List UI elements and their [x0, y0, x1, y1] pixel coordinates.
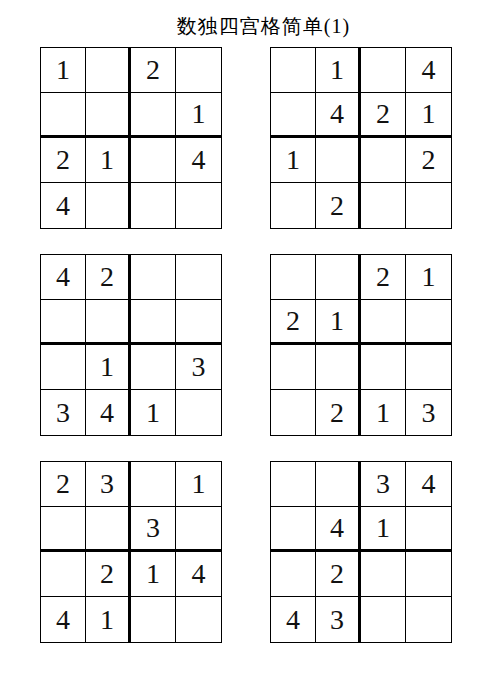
empty-cell-r3c1[interactable]: [41, 345, 86, 390]
given-cell-r2c2: 1: [316, 300, 361, 345]
puzzle-row-2: 4213341 2121213: [40, 254, 452, 436]
empty-cell-r4c4[interactable]: [406, 597, 451, 642]
empty-cell-r4c3[interactable]: [131, 183, 176, 228]
empty-cell-r4c3[interactable]: [131, 597, 176, 642]
empty-cell-r3c3[interactable]: [131, 138, 176, 183]
given-cell-r4c3: 1: [131, 390, 176, 435]
empty-cell-r3c3[interactable]: [361, 552, 406, 597]
given-cell-r4c4: 3: [406, 390, 451, 435]
given-cell-r3c2: 1: [86, 345, 131, 390]
empty-cell-r1c1[interactable]: [271, 462, 316, 507]
empty-cell-r2c3[interactable]: [131, 93, 176, 138]
given-cell-r4c3: 1: [361, 390, 406, 435]
empty-cell-r3c2[interactable]: [316, 138, 361, 183]
empty-cell-r1c4[interactable]: [176, 48, 221, 93]
given-cell-r2c1: 2: [271, 300, 316, 345]
given-cell-r1c4: 1: [406, 255, 451, 300]
empty-cell-r3c3[interactable]: [361, 138, 406, 183]
sudoku-board-2: 14421122: [270, 47, 452, 229]
given-cell-r3c4: 4: [176, 138, 221, 183]
puzzle-row-1: 1212144 14421122: [40, 47, 452, 229]
empty-cell-r3c2[interactable]: [316, 345, 361, 390]
empty-cell-r2c2[interactable]: [86, 300, 131, 345]
empty-cell-r3c4[interactable]: [406, 345, 451, 390]
given-cell-r1c3: 2: [361, 255, 406, 300]
empty-cell-r2c4[interactable]: [406, 507, 451, 552]
empty-cell-r4c3[interactable]: [361, 183, 406, 228]
given-cell-r4c1: 4: [41, 183, 86, 228]
given-cell-r3c4: 2: [406, 138, 451, 183]
given-cell-r2c2: 4: [316, 507, 361, 552]
given-cell-r4c1: 4: [271, 597, 316, 642]
empty-cell-r2c1[interactable]: [271, 507, 316, 552]
given-cell-r3c4: 3: [176, 345, 221, 390]
given-cell-r3c2: 2: [316, 552, 361, 597]
empty-cell-r2c1[interactable]: [271, 93, 316, 138]
empty-cell-r2c4[interactable]: [176, 507, 221, 552]
given-cell-r3c1: 2: [41, 138, 86, 183]
empty-cell-r2c1[interactable]: [41, 300, 86, 345]
sudoku-board-4: 2121213: [270, 254, 452, 436]
empty-cell-r4c2[interactable]: [86, 183, 131, 228]
given-cell-r4c2: 2: [316, 183, 361, 228]
empty-cell-r1c1[interactable]: [271, 48, 316, 93]
empty-cell-r2c4[interactable]: [176, 300, 221, 345]
given-cell-r2c4: 1: [176, 93, 221, 138]
empty-cell-r4c3[interactable]: [361, 597, 406, 642]
given-cell-r2c3: 3: [131, 507, 176, 552]
empty-cell-r2c2[interactable]: [86, 93, 131, 138]
given-cell-r1c2: 1: [316, 48, 361, 93]
given-cell-r1c1: 2: [41, 462, 86, 507]
given-cell-r1c2: 3: [86, 462, 131, 507]
given-cell-r1c4: 4: [406, 48, 451, 93]
given-cell-r1c1: 4: [41, 255, 86, 300]
empty-cell-r1c2[interactable]: [316, 255, 361, 300]
empty-cell-r2c1[interactable]: [41, 93, 86, 138]
empty-cell-r2c4[interactable]: [406, 300, 451, 345]
empty-cell-r1c3[interactable]: [361, 48, 406, 93]
empty-cell-r1c2[interactable]: [86, 48, 131, 93]
empty-cell-r1c4[interactable]: [176, 255, 221, 300]
empty-cell-r4c4[interactable]: [176, 597, 221, 642]
sudoku-board-1: 1212144: [40, 47, 222, 229]
given-cell-r3c1: 1: [271, 138, 316, 183]
given-cell-r1c4: 4: [406, 462, 451, 507]
empty-cell-r4c4[interactable]: [176, 390, 221, 435]
puzzle-row-3: 231321441 3441243: [40, 461, 452, 643]
empty-cell-r1c1[interactable]: [271, 255, 316, 300]
given-cell-r4c1: 3: [41, 390, 86, 435]
given-cell-r2c3: 2: [361, 93, 406, 138]
given-cell-r4c2: 4: [86, 390, 131, 435]
empty-cell-r3c1[interactable]: [271, 552, 316, 597]
sudoku-board-5: 231321441: [40, 461, 222, 643]
given-cell-r3c2: 2: [86, 552, 131, 597]
empty-cell-r1c3[interactable]: [131, 255, 176, 300]
empty-cell-r3c1[interactable]: [271, 345, 316, 390]
given-cell-r1c4: 1: [176, 462, 221, 507]
given-cell-r1c2: 2: [86, 255, 131, 300]
empty-cell-r2c2[interactable]: [86, 507, 131, 552]
given-cell-r4c2: 3: [316, 597, 361, 642]
empty-cell-r1c3[interactable]: [131, 462, 176, 507]
empty-cell-r3c1[interactable]: [41, 552, 86, 597]
empty-cell-r3c3[interactable]: [361, 345, 406, 390]
given-cell-r1c3: 2: [131, 48, 176, 93]
page-title: 数独四宫格简单(1): [14, 13, 499, 39]
sudoku-board-3: 4213341: [40, 254, 222, 436]
empty-cell-r2c3[interactable]: [131, 300, 176, 345]
empty-cell-r4c1[interactable]: [271, 390, 316, 435]
given-cell-r1c3: 3: [361, 462, 406, 507]
given-cell-r3c3: 1: [131, 552, 176, 597]
empty-cell-r1c2[interactable]: [316, 462, 361, 507]
empty-cell-r4c4[interactable]: [406, 183, 451, 228]
given-cell-r1c1: 1: [41, 48, 86, 93]
given-cell-r4c2: 1: [86, 597, 131, 642]
empty-cell-r2c3[interactable]: [361, 300, 406, 345]
empty-cell-r4c1[interactable]: [271, 183, 316, 228]
given-cell-r2c3: 1: [361, 507, 406, 552]
empty-cell-r3c3[interactable]: [131, 345, 176, 390]
given-cell-r3c2: 1: [86, 138, 131, 183]
worksheet: 1212144 14421122 4213341 2121213 2313214…: [40, 47, 452, 643]
sudoku-board-6: 3441243: [270, 461, 452, 643]
given-cell-r4c2: 2: [316, 390, 361, 435]
given-cell-r2c4: 1: [406, 93, 451, 138]
empty-cell-r4c4[interactable]: [176, 183, 221, 228]
given-cell-r4c1: 4: [41, 597, 86, 642]
empty-cell-r3c4[interactable]: [406, 552, 451, 597]
given-cell-r3c4: 4: [176, 552, 221, 597]
given-cell-r2c2: 4: [316, 93, 361, 138]
empty-cell-r2c1[interactable]: [41, 507, 86, 552]
